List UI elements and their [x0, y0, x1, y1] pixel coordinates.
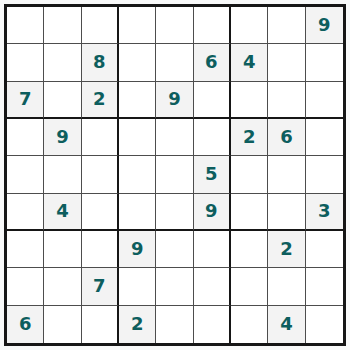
- cell-r7c3[interactable]: [82, 231, 119, 268]
- cell-r3c9[interactable]: [306, 82, 343, 119]
- cell-r8c8[interactable]: [268, 268, 305, 305]
- cell-r3c3[interactable]: 2: [82, 82, 119, 119]
- cell-r1c9[interactable]: 9: [306, 7, 343, 44]
- cell-r2c1[interactable]: [7, 44, 44, 81]
- cell-r1c8[interactable]: [268, 7, 305, 44]
- digit: 2: [131, 315, 144, 333]
- cell-r9c7[interactable]: [231, 306, 268, 343]
- cell-r4c8[interactable]: 6: [268, 119, 305, 156]
- digit: 9: [168, 90, 181, 108]
- cell-r2c8[interactable]: [268, 44, 305, 81]
- cell-r6c2[interactable]: 4: [44, 194, 81, 231]
- digit: 2: [280, 240, 293, 258]
- cell-r1c1[interactable]: [7, 7, 44, 44]
- cell-r5c5[interactable]: [156, 156, 193, 193]
- cell-r7c2[interactable]: [44, 231, 81, 268]
- cell-r4c2[interactable]: 9: [44, 119, 81, 156]
- cell-r6c8[interactable]: [268, 194, 305, 231]
- cell-r3c1[interactable]: 7: [7, 82, 44, 119]
- cell-r7c7[interactable]: [231, 231, 268, 268]
- cell-r1c3[interactable]: [82, 7, 119, 44]
- digit: 5: [205, 165, 218, 183]
- cell-r8c9[interactable]: [306, 268, 343, 305]
- sudoku-board: 98647299265493927624: [4, 4, 346, 346]
- cell-r4c3[interactable]: [82, 119, 119, 156]
- digit: 9: [131, 240, 144, 258]
- cell-r6c4[interactable]: [119, 194, 156, 231]
- cell-r9c4[interactable]: 2: [119, 306, 156, 343]
- digit: 9: [56, 128, 69, 146]
- cell-r4c9[interactable]: [306, 119, 343, 156]
- cell-r2c5[interactable]: [156, 44, 193, 81]
- cell-r9c6[interactable]: [194, 306, 231, 343]
- cell-r6c1[interactable]: [7, 194, 44, 231]
- cell-r7c4[interactable]: 9: [119, 231, 156, 268]
- cell-r1c2[interactable]: [44, 7, 81, 44]
- digit: 6: [19, 315, 32, 333]
- digit: 2: [243, 128, 256, 146]
- cell-r2c4[interactable]: [119, 44, 156, 81]
- digit: 9: [318, 16, 331, 34]
- cell-r6c9[interactable]: 3: [306, 194, 343, 231]
- cell-r2c7[interactable]: 4: [231, 44, 268, 81]
- cell-r3c5[interactable]: 9: [156, 82, 193, 119]
- cell-r5c4[interactable]: [119, 156, 156, 193]
- cell-r4c1[interactable]: [7, 119, 44, 156]
- cell-r1c4[interactable]: [119, 7, 156, 44]
- digit: 6: [205, 53, 218, 71]
- cell-r7c5[interactable]: [156, 231, 193, 268]
- cell-r2c9[interactable]: [306, 44, 343, 81]
- cell-r3c4[interactable]: [119, 82, 156, 119]
- cell-r6c3[interactable]: [82, 194, 119, 231]
- digit: 9: [205, 202, 218, 220]
- cell-r1c6[interactable]: [194, 7, 231, 44]
- digit: 7: [93, 277, 106, 295]
- cell-r3c2[interactable]: [44, 82, 81, 119]
- cell-r5c6[interactable]: 5: [194, 156, 231, 193]
- cell-r9c8[interactable]: 4: [268, 306, 305, 343]
- cell-r8c4[interactable]: [119, 268, 156, 305]
- cell-r1c5[interactable]: [156, 7, 193, 44]
- digit: 6: [280, 128, 293, 146]
- cell-r5c2[interactable]: [44, 156, 81, 193]
- cell-r9c9[interactable]: [306, 306, 343, 343]
- cell-r9c5[interactable]: [156, 306, 193, 343]
- cell-r6c5[interactable]: [156, 194, 193, 231]
- cell-r7c1[interactable]: [7, 231, 44, 268]
- cell-r7c6[interactable]: [194, 231, 231, 268]
- cell-r4c5[interactable]: [156, 119, 193, 156]
- cell-r2c6[interactable]: 6: [194, 44, 231, 81]
- cell-r5c7[interactable]: [231, 156, 268, 193]
- cell-r8c1[interactable]: [7, 268, 44, 305]
- cell-r8c2[interactable]: [44, 268, 81, 305]
- digit: 4: [56, 202, 69, 220]
- cell-r5c1[interactable]: [7, 156, 44, 193]
- cell-r9c3[interactable]: [82, 306, 119, 343]
- cell-r3c8[interactable]: [268, 82, 305, 119]
- cell-r8c7[interactable]: [231, 268, 268, 305]
- digit: 2: [93, 90, 106, 108]
- cell-r8c6[interactable]: [194, 268, 231, 305]
- cell-r9c1[interactable]: 6: [7, 306, 44, 343]
- cell-r4c7[interactable]: 2: [231, 119, 268, 156]
- cell-r5c8[interactable]: [268, 156, 305, 193]
- digit: 7: [19, 90, 32, 108]
- cell-r5c9[interactable]: [306, 156, 343, 193]
- cell-r9c2[interactable]: [44, 306, 81, 343]
- digit: 4: [243, 53, 256, 71]
- cell-r8c3[interactable]: 7: [82, 268, 119, 305]
- cell-r7c9[interactable]: [306, 231, 343, 268]
- cell-r1c7[interactable]: [231, 7, 268, 44]
- cell-r5c3[interactable]: [82, 156, 119, 193]
- digit: 3: [318, 202, 331, 220]
- cell-r4c4[interactable]: [119, 119, 156, 156]
- cell-r4c6[interactable]: [194, 119, 231, 156]
- digit: 8: [93, 53, 106, 71]
- cell-r8c5[interactable]: [156, 268, 193, 305]
- cell-r7c8[interactable]: 2: [268, 231, 305, 268]
- cell-r6c6[interactable]: 9: [194, 194, 231, 231]
- cell-r6c7[interactable]: [231, 194, 268, 231]
- cell-r3c6[interactable]: [194, 82, 231, 119]
- digit: 4: [280, 315, 293, 333]
- cell-r2c3[interactable]: 8: [82, 44, 119, 81]
- cell-r2c2[interactable]: [44, 44, 81, 81]
- cell-r3c7[interactable]: [231, 82, 268, 119]
